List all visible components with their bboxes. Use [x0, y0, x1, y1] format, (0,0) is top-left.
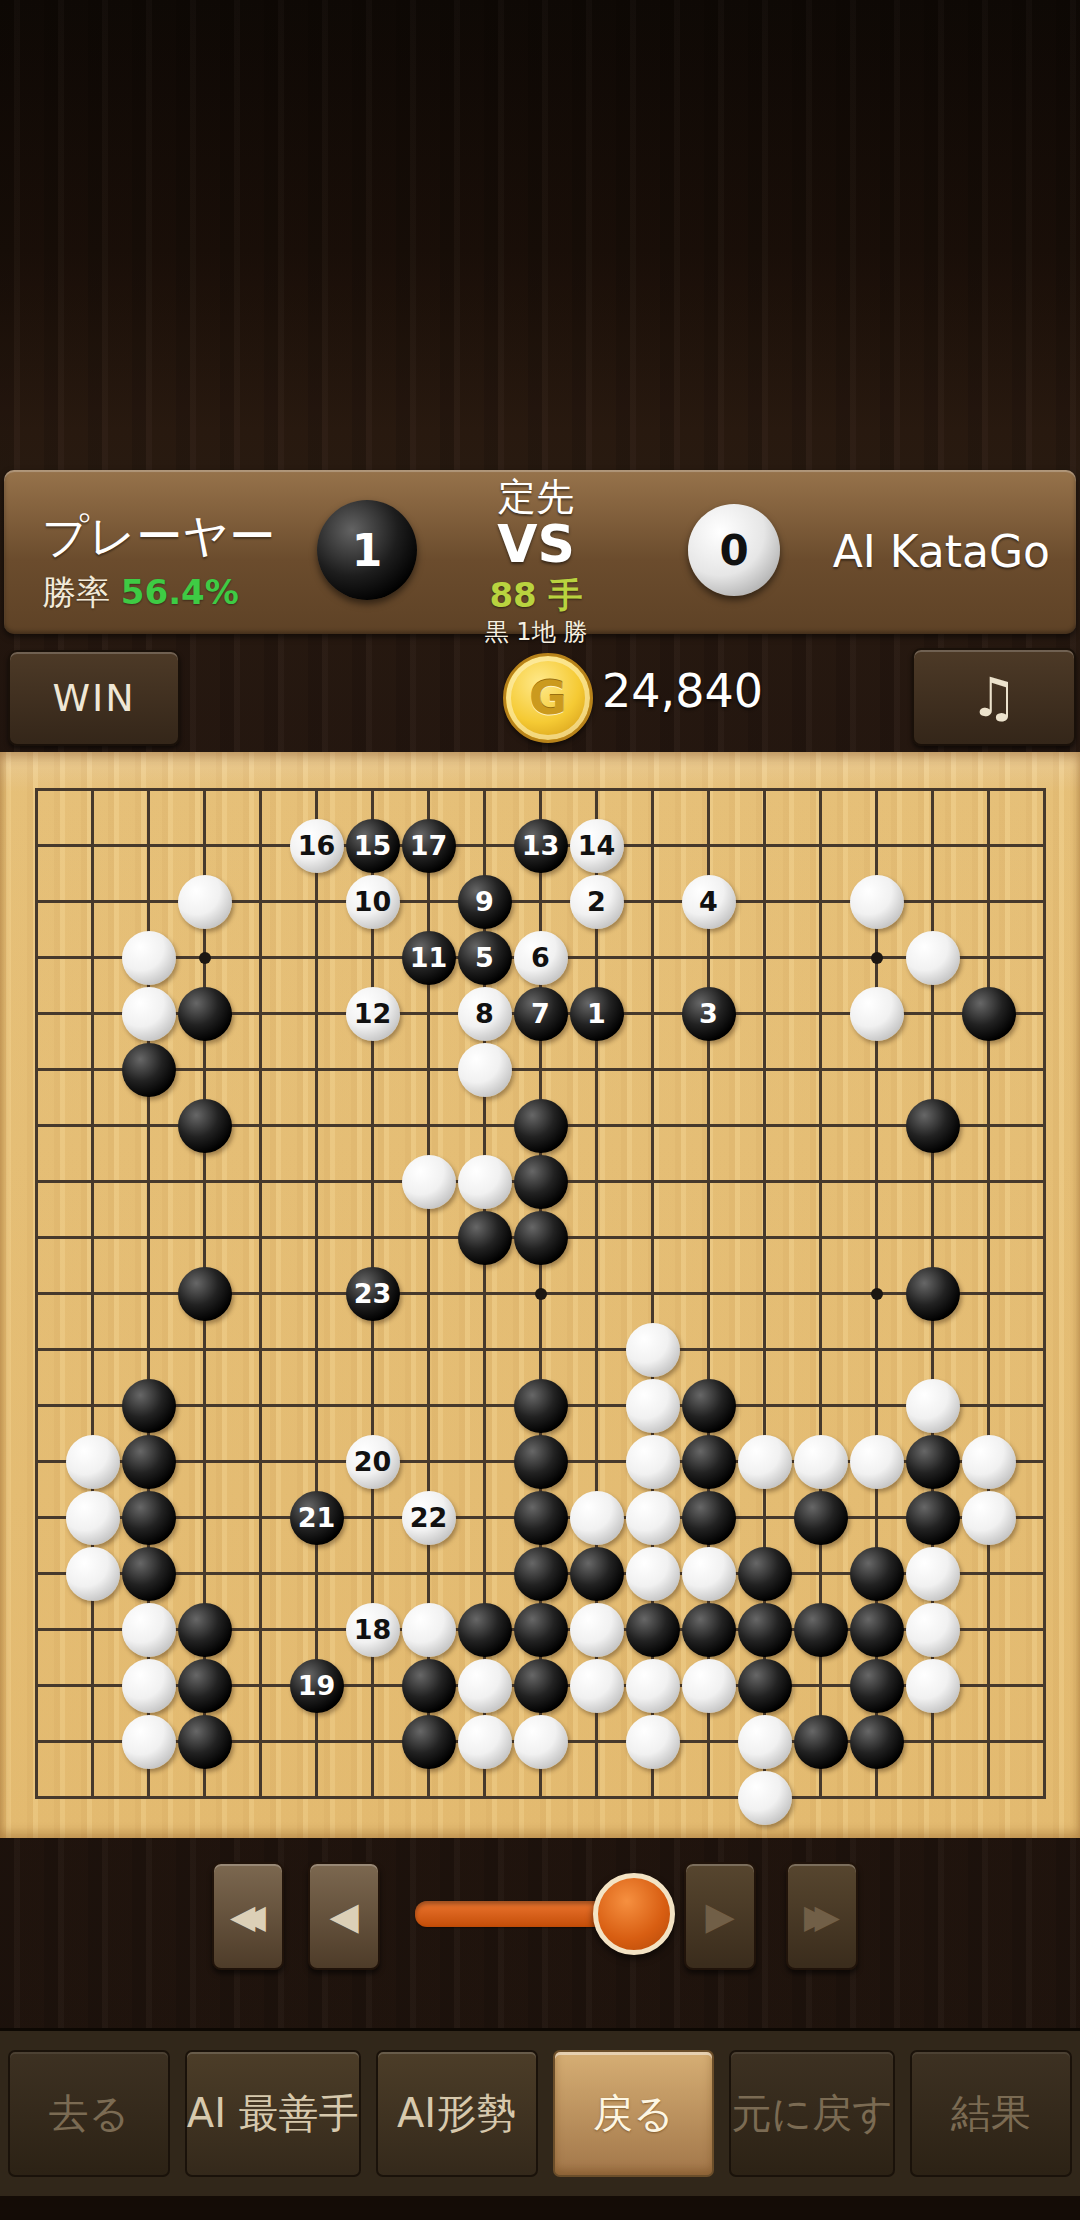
stone-white [906, 1379, 960, 1433]
star-point [871, 952, 883, 964]
move-number-label: 3 [699, 998, 718, 1029]
stone-white [738, 1715, 792, 1769]
stone-white: 6 [514, 931, 568, 985]
score-estimate: 黒 1地 勝 [396, 620, 676, 644]
stone-black [514, 1379, 568, 1433]
go-board[interactable]: 1615171314109241156128713232021221819 [0, 752, 1080, 1838]
player-name: プレーヤー [42, 506, 275, 568]
stone-black [738, 1547, 792, 1601]
match-info: 定先 VS 88 手 黒 1地 勝 [396, 474, 676, 644]
stone-black [738, 1659, 792, 1713]
stone-black [514, 1155, 568, 1209]
stone-black: 3 [682, 987, 736, 1041]
opponent-name: AI KataGo [833, 526, 1050, 577]
stone-white [962, 1435, 1016, 1489]
stone-black [794, 1603, 848, 1657]
stone-white [66, 1547, 120, 1601]
stone-white [514, 1715, 568, 1769]
vs-label: VS [396, 518, 676, 570]
stone-black [850, 1547, 904, 1601]
move-number-label: 8 [475, 998, 494, 1029]
stone-white: 10 [346, 875, 400, 929]
stone-white [794, 1435, 848, 1489]
music-button[interactable]: ♫ [912, 648, 1076, 746]
fast-forward-button[interactable]: ▶▶ [786, 1862, 858, 1970]
menu-restore-button[interactable]: 元に戻す [729, 2050, 895, 2177]
stone-white: 14 [570, 819, 624, 873]
stone-black: 17 [402, 819, 456, 873]
stone-black [122, 1491, 176, 1545]
stone-black: 11 [402, 931, 456, 985]
stone-white [626, 1715, 680, 1769]
stone-white [738, 1435, 792, 1489]
winrate-label: 勝率 [42, 572, 121, 612]
menu-leave-button[interactable]: 去る [8, 2050, 170, 2177]
stone-black [514, 1435, 568, 1489]
stone-white [906, 1547, 960, 1601]
move-number-label: 16 [298, 830, 336, 861]
stone-black [906, 1099, 960, 1153]
stone-black: 5 [458, 931, 512, 985]
stone-white [626, 1323, 680, 1377]
winrate: 勝率 56.4% [42, 570, 239, 616]
stone-white [682, 1659, 736, 1713]
stone-white: 22 [402, 1491, 456, 1545]
stone-black [122, 1435, 176, 1489]
move-number-label: 11 [410, 942, 448, 973]
move-number-label: 1 [587, 998, 606, 1029]
bottom-strip [0, 2196, 1080, 2220]
music-note-icon: ♫ [970, 666, 1018, 729]
stone-white: 18 [346, 1603, 400, 1657]
move-number-label: 15 [354, 830, 392, 861]
move-number-label: 19 [298, 1670, 336, 1701]
menu-result-button[interactable]: 結果 [910, 2050, 1072, 2177]
stone-black: 19 [290, 1659, 344, 1713]
step-forward-button[interactable]: ▶ [684, 1862, 756, 1970]
stone-black [178, 1659, 232, 1713]
stone-white [178, 875, 232, 929]
menu-ai-analysis-button[interactable]: AI形勢 [376, 2050, 538, 2177]
move-number-label: 22 [410, 1502, 448, 1533]
stone-white [458, 1043, 512, 1097]
stone-black [178, 1715, 232, 1769]
move-number-label: 14 [578, 830, 616, 861]
move-number-label: 10 [354, 886, 392, 917]
stone-white: 20 [346, 1435, 400, 1489]
move-number-label: 18 [354, 1614, 392, 1645]
stone-black [738, 1603, 792, 1657]
stone-black [962, 987, 1016, 1041]
move-number-label: 2 [587, 886, 606, 917]
stone-black [514, 1603, 568, 1657]
step-back-button[interactable]: ◀ [308, 1862, 380, 1970]
stone-white [122, 931, 176, 985]
white-capture-count: 0 [688, 504, 780, 596]
stone-white [458, 1715, 512, 1769]
stone-white [738, 1771, 792, 1825]
winrate-value: 56.4% [121, 572, 239, 612]
stone-white [122, 1715, 176, 1769]
stone-white: 2 [570, 875, 624, 929]
star-point [535, 1288, 547, 1300]
move-number-label: 4 [699, 886, 718, 917]
stone-black: 1 [570, 987, 624, 1041]
stone-black [794, 1715, 848, 1769]
stone-white [682, 1547, 736, 1601]
stone-white [570, 1603, 624, 1657]
stone-black [514, 1491, 568, 1545]
stone-black [626, 1603, 680, 1657]
coin-icon: G [503, 653, 593, 743]
stone-black [682, 1603, 736, 1657]
stone-white [122, 1659, 176, 1713]
stone-black [514, 1547, 568, 1601]
stone-white [66, 1435, 120, 1489]
stone-white [402, 1155, 456, 1209]
coin-balance: 24,840 [602, 664, 763, 718]
stone-white: 8 [458, 987, 512, 1041]
move-number-label: 6 [531, 942, 550, 973]
move-number-label: 20 [354, 1446, 392, 1477]
stone-white [66, 1491, 120, 1545]
move-number-label: 23 [354, 1278, 392, 1309]
stone-white [850, 987, 904, 1041]
stone-black [178, 1099, 232, 1153]
stone-black [458, 1211, 512, 1265]
stone-black [850, 1603, 904, 1657]
stone-black [178, 1603, 232, 1657]
stone-white [626, 1547, 680, 1601]
move-number-label: 12 [354, 998, 392, 1029]
menu-undo-button[interactable]: 戻る [553, 2050, 715, 2177]
stone-black [906, 1491, 960, 1545]
stone-black [682, 1435, 736, 1489]
move-slider-thumb[interactable] [593, 1873, 675, 1955]
stone-black [906, 1435, 960, 1489]
stone-white [906, 1603, 960, 1657]
stone-white [850, 1435, 904, 1489]
stone-black [514, 1211, 568, 1265]
handicap-label: 定先 [396, 478, 676, 516]
stone-black [122, 1043, 176, 1097]
stone-white: 16 [290, 819, 344, 873]
stone-black: 7 [514, 987, 568, 1041]
stone-black [122, 1547, 176, 1601]
move-number-label: 13 [522, 830, 560, 861]
stone-white [122, 987, 176, 1041]
stone-black [794, 1491, 848, 1545]
stone-black [178, 1267, 232, 1321]
stone-black: 9 [458, 875, 512, 929]
stone-white [850, 875, 904, 929]
stone-black [122, 1379, 176, 1433]
stone-black [458, 1603, 512, 1657]
stone-white [626, 1659, 680, 1713]
stone-white [458, 1659, 512, 1713]
win-button[interactable]: WIN [8, 650, 180, 746]
stone-black [682, 1491, 736, 1545]
stone-black [402, 1659, 456, 1713]
stone-black [682, 1379, 736, 1433]
stone-white [962, 1491, 1016, 1545]
star-point [199, 952, 211, 964]
stone-black [906, 1267, 960, 1321]
stone-black [570, 1547, 624, 1601]
move-number-label: 7 [531, 998, 550, 1029]
stone-black: 13 [514, 819, 568, 873]
stone-white [626, 1379, 680, 1433]
stone-white: 4 [682, 875, 736, 929]
stone-black [402, 1715, 456, 1769]
star-point [871, 1288, 883, 1300]
stone-black [850, 1659, 904, 1713]
bottom-menu-bar: 去る AI 最善手 AI形勢 戻る 元に戻す 結果 [0, 2028, 1080, 2196]
stone-black [514, 1659, 568, 1713]
stone-black: 23 [346, 1267, 400, 1321]
stone-white [906, 1659, 960, 1713]
stone-white: 12 [346, 987, 400, 1041]
stone-white [626, 1435, 680, 1489]
move-number-label: 17 [410, 830, 448, 861]
stone-black [178, 987, 232, 1041]
stone-black: 15 [346, 819, 400, 873]
rewind-to-start-button[interactable]: ◀◀ [212, 1862, 284, 1970]
menu-ai-best-move-button[interactable]: AI 最善手 [185, 2050, 361, 2177]
match-header: プレーヤー 勝率 56.4% 1 定先 VS 88 手 黒 1地 勝 0 AI … [4, 470, 1076, 634]
stone-white [402, 1603, 456, 1657]
move-count: 88 手 [396, 578, 676, 612]
move-number-label: 9 [475, 886, 494, 917]
stone-white [122, 1603, 176, 1657]
move-number-label: 5 [475, 942, 494, 973]
stone-black [850, 1715, 904, 1769]
stone-white [570, 1659, 624, 1713]
move-number-label: 21 [298, 1502, 336, 1533]
stone-black: 21 [290, 1491, 344, 1545]
stone-white [458, 1155, 512, 1209]
stone-white [906, 931, 960, 985]
stone-white [570, 1491, 624, 1545]
stone-white [626, 1491, 680, 1545]
app-screen: プレーヤー 勝率 56.4% 1 定先 VS 88 手 黒 1地 勝 0 AI … [0, 0, 1080, 2220]
stone-black [514, 1099, 568, 1153]
